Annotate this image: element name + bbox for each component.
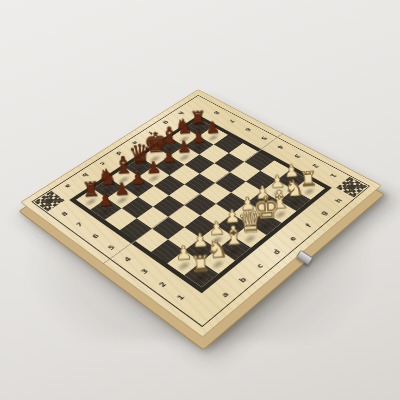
photo-background: abcdefgh abcdefgh 87654321 87654321 ♜♞♝♛… — [0, 0, 400, 400]
piece-black-pawn[interactable]: ♟ — [94, 191, 117, 210]
piece-white-rook[interactable]: ♜ — [188, 252, 214, 276]
